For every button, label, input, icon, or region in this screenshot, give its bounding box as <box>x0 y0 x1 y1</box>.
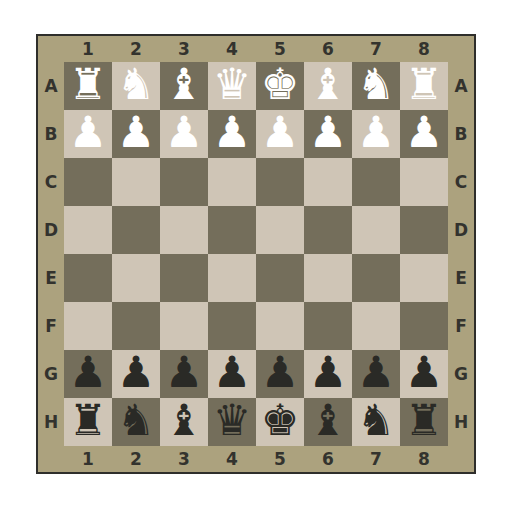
square-D8[interactable] <box>400 206 448 254</box>
piece-wP[interactable]: ♟ <box>69 108 108 156</box>
square-C2[interactable] <box>112 158 160 206</box>
square-B1[interactable]: ♟ <box>64 110 112 158</box>
frame-corner <box>38 446 64 472</box>
piece-wB[interactable]: ♝ <box>165 60 204 108</box>
chess-board: 12345678A♜♞♝♛♚♝♞♜AB♟♟♟♟♟♟♟♟BCCDDEEFFG♟♟♟… <box>38 36 474 472</box>
file-label-bottom-7: 7 <box>352 446 400 472</box>
square-F7[interactable] <box>352 302 400 350</box>
square-F3[interactable] <box>160 302 208 350</box>
square-G6[interactable]: ♟ <box>304 350 352 398</box>
piece-wN[interactable]: ♞ <box>357 60 396 108</box>
square-A5[interactable]: ♚ <box>256 62 304 110</box>
rank-label-left-E: E <box>38 254 64 302</box>
file-label-bottom-6: 6 <box>304 446 352 472</box>
piece-wP[interactable]: ♟ <box>405 108 444 156</box>
square-E6[interactable] <box>304 254 352 302</box>
square-F4[interactable] <box>208 302 256 350</box>
frame-corner <box>38 36 64 62</box>
square-H4[interactable]: ♛ <box>208 398 256 446</box>
square-H2[interactable]: ♞ <box>112 398 160 446</box>
square-H1[interactable]: ♜ <box>64 398 112 446</box>
square-F5[interactable] <box>256 302 304 350</box>
piece-bQ[interactable]: ♛ <box>213 396 252 444</box>
rank-label-left-G: G <box>38 350 64 398</box>
square-G5[interactable]: ♟ <box>256 350 304 398</box>
rank-label-left-H: H <box>38 398 64 446</box>
rank-label-right-D: D <box>448 206 474 254</box>
piece-wP[interactable]: ♟ <box>213 108 252 156</box>
square-A2[interactable]: ♞ <box>112 62 160 110</box>
square-B6[interactable]: ♟ <box>304 110 352 158</box>
rank-label-right-A: A <box>448 62 474 110</box>
piece-wP[interactable]: ♟ <box>165 108 204 156</box>
piece-bB[interactable]: ♝ <box>165 396 204 444</box>
piece-bN[interactable]: ♞ <box>357 396 396 444</box>
piece-wB[interactable]: ♝ <box>309 60 348 108</box>
piece-wR[interactable]: ♜ <box>405 60 444 108</box>
rank-label-left-D: D <box>38 206 64 254</box>
piece-wP[interactable]: ♟ <box>261 108 300 156</box>
square-H6[interactable]: ♝ <box>304 398 352 446</box>
square-D7[interactable] <box>352 206 400 254</box>
square-H7[interactable]: ♞ <box>352 398 400 446</box>
file-label-bottom-5: 5 <box>256 446 304 472</box>
rank-label-right-C: C <box>448 158 474 206</box>
chess-board-frame: 12345678A♜♞♝♛♚♝♞♜AB♟♟♟♟♟♟♟♟BCCDDEEFFG♟♟♟… <box>36 34 476 474</box>
piece-bP[interactable]: ♟ <box>213 348 252 396</box>
square-E2[interactable] <box>112 254 160 302</box>
square-B4[interactable]: ♟ <box>208 110 256 158</box>
square-D1[interactable] <box>64 206 112 254</box>
rank-label-right-E: E <box>448 254 474 302</box>
piece-bK[interactable]: ♚ <box>261 396 300 444</box>
square-G3[interactable]: ♟ <box>160 350 208 398</box>
square-B8[interactable]: ♟ <box>400 110 448 158</box>
piece-bN[interactable]: ♞ <box>117 396 156 444</box>
square-D5[interactable] <box>256 206 304 254</box>
square-E5[interactable] <box>256 254 304 302</box>
rank-label-right-G: G <box>448 350 474 398</box>
piece-wP[interactable]: ♟ <box>117 108 156 156</box>
piece-bP[interactable]: ♟ <box>69 348 108 396</box>
square-A1[interactable]: ♜ <box>64 62 112 110</box>
square-F8[interactable] <box>400 302 448 350</box>
square-D4[interactable] <box>208 206 256 254</box>
rank-label-left-A: A <box>38 62 64 110</box>
square-A8[interactable]: ♜ <box>400 62 448 110</box>
piece-bP[interactable]: ♟ <box>405 348 444 396</box>
piece-wP[interactable]: ♟ <box>309 108 348 156</box>
piece-bR[interactable]: ♜ <box>69 396 108 444</box>
square-B2[interactable]: ♟ <box>112 110 160 158</box>
rank-label-left-B: B <box>38 110 64 158</box>
square-G2[interactable]: ♟ <box>112 350 160 398</box>
square-B3[interactable]: ♟ <box>160 110 208 158</box>
square-C5[interactable] <box>256 158 304 206</box>
square-F2[interactable] <box>112 302 160 350</box>
square-E1[interactable] <box>64 254 112 302</box>
piece-bR[interactable]: ♜ <box>405 396 444 444</box>
file-label-bottom-1: 1 <box>64 446 112 472</box>
square-C3[interactable] <box>160 158 208 206</box>
piece-bB[interactable]: ♝ <box>309 396 348 444</box>
piece-bP[interactable]: ♟ <box>261 348 300 396</box>
square-C6[interactable] <box>304 158 352 206</box>
file-label-bottom-3: 3 <box>160 446 208 472</box>
square-A4[interactable]: ♛ <box>208 62 256 110</box>
piece-wP[interactable]: ♟ <box>357 108 396 156</box>
rank-label-left-C: C <box>38 158 64 206</box>
square-E3[interactable] <box>160 254 208 302</box>
piece-wQ[interactable]: ♛ <box>213 60 252 108</box>
rank-label-right-B: B <box>448 110 474 158</box>
square-C4[interactable] <box>208 158 256 206</box>
square-B5[interactable]: ♟ <box>256 110 304 158</box>
square-F1[interactable] <box>64 302 112 350</box>
square-G8[interactable]: ♟ <box>400 350 448 398</box>
file-label-bottom-8: 8 <box>400 446 448 472</box>
square-H3[interactable]: ♝ <box>160 398 208 446</box>
piece-bP[interactable]: ♟ <box>117 348 156 396</box>
rank-label-right-F: F <box>448 302 474 350</box>
square-D6[interactable] <box>304 206 352 254</box>
rank-label-right-H: H <box>448 398 474 446</box>
square-H5[interactable]: ♚ <box>256 398 304 446</box>
square-E8[interactable] <box>400 254 448 302</box>
frame-corner <box>448 446 474 472</box>
square-D3[interactable] <box>160 206 208 254</box>
rank-label-left-F: F <box>38 302 64 350</box>
piece-wR[interactable]: ♜ <box>69 60 108 108</box>
frame-corner <box>448 36 474 62</box>
piece-bP[interactable]: ♟ <box>165 348 204 396</box>
file-label-bottom-4: 4 <box>208 446 256 472</box>
square-F6[interactable] <box>304 302 352 350</box>
square-G4[interactable]: ♟ <box>208 350 256 398</box>
square-A7[interactable]: ♞ <box>352 62 400 110</box>
square-A6[interactable]: ♝ <box>304 62 352 110</box>
square-C8[interactable] <box>400 158 448 206</box>
piece-bP[interactable]: ♟ <box>309 348 348 396</box>
square-G7[interactable]: ♟ <box>352 350 400 398</box>
square-G1[interactable]: ♟ <box>64 350 112 398</box>
square-E7[interactable] <box>352 254 400 302</box>
square-H8[interactable]: ♜ <box>400 398 448 446</box>
piece-bP[interactable]: ♟ <box>357 348 396 396</box>
square-D2[interactable] <box>112 206 160 254</box>
square-A3[interactable]: ♝ <box>160 62 208 110</box>
piece-wK[interactable]: ♚ <box>261 60 300 108</box>
page: 12345678A♜♞♝♛♚♝♞♜AB♟♟♟♟♟♟♟♟BCCDDEEFFG♟♟♟… <box>0 0 512 512</box>
square-E4[interactable] <box>208 254 256 302</box>
square-B7[interactable]: ♟ <box>352 110 400 158</box>
file-label-bottom-2: 2 <box>112 446 160 472</box>
square-C7[interactable] <box>352 158 400 206</box>
square-C1[interactable] <box>64 158 112 206</box>
piece-wN[interactable]: ♞ <box>117 60 156 108</box>
